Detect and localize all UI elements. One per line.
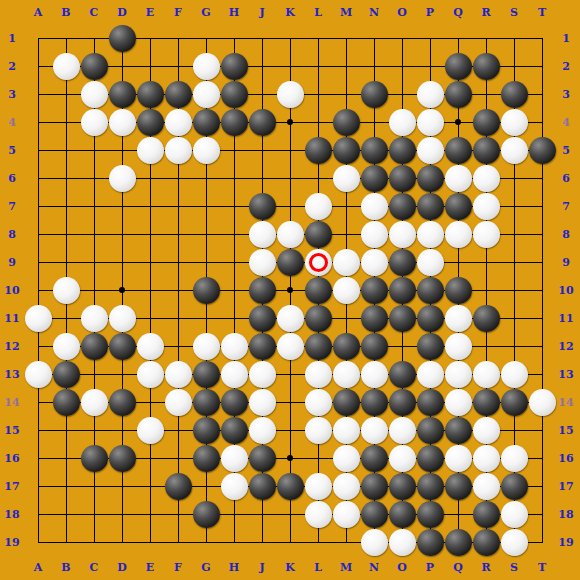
stone-black-C12: [81, 333, 108, 360]
stone-black-Q17: [445, 473, 472, 500]
stone-white-P5: [417, 137, 444, 164]
stone-black-O5: [389, 137, 416, 164]
star-point-D10: [119, 287, 125, 293]
stone-white-C14: [81, 389, 108, 416]
stone-black-N5: [361, 137, 388, 164]
col-label-bottom-N: N: [369, 562, 379, 573]
stone-black-C2: [81, 53, 108, 80]
stone-black-D14: [109, 389, 136, 416]
stone-black-M12: [333, 333, 360, 360]
stone-black-D12: [109, 333, 136, 360]
stone-white-P4: [417, 109, 444, 136]
stone-white-D6: [109, 165, 136, 192]
stone-white-B12: [53, 333, 80, 360]
stone-white-L17: [305, 473, 332, 500]
stone-black-P6: [417, 165, 444, 192]
stone-white-Q14: [445, 389, 472, 416]
stone-white-R8: [473, 221, 500, 248]
stone-black-Q3: [445, 81, 472, 108]
col-label-bottom-M: M: [340, 562, 352, 573]
row-label-right-17: 17: [558, 481, 573, 492]
stone-black-J12: [249, 333, 276, 360]
stone-black-H14: [221, 389, 248, 416]
stone-white-J15: [249, 417, 276, 444]
stone-black-B14: [53, 389, 80, 416]
stone-black-J16: [249, 445, 276, 472]
stone-black-L5: [305, 137, 332, 164]
col-label-bottom-A: A: [34, 562, 43, 573]
row-label-left-2: 2: [8, 61, 16, 72]
col-label-top-N: N: [369, 7, 379, 18]
col-label-bottom-E: E: [146, 562, 154, 573]
stone-black-J4: [249, 109, 276, 136]
stone-white-H12: [221, 333, 248, 360]
stone-white-Q16: [445, 445, 472, 472]
stone-white-K8: [277, 221, 304, 248]
row-label-left-13: 13: [4, 369, 19, 380]
stone-black-T5: [529, 137, 556, 164]
stone-white-F13: [165, 361, 192, 388]
stone-white-L13: [305, 361, 332, 388]
stone-white-M16: [333, 445, 360, 472]
stone-white-R15: [473, 417, 500, 444]
stone-black-L8: [305, 221, 332, 248]
stone-white-M17: [333, 473, 360, 500]
stone-white-B2: [53, 53, 80, 80]
col-label-top-G: G: [201, 7, 210, 18]
row-label-right-5: 5: [562, 145, 570, 156]
col-label-bottom-G: G: [201, 562, 210, 573]
stone-white-M6: [333, 165, 360, 192]
stone-white-J14: [249, 389, 276, 416]
col-label-bottom-H: H: [229, 562, 239, 573]
row-label-left-11: 11: [4, 313, 19, 324]
stone-white-G5: [193, 137, 220, 164]
stone-black-R2: [473, 53, 500, 80]
stone-black-R14: [473, 389, 500, 416]
stone-white-G12: [193, 333, 220, 360]
stone-white-L18: [305, 501, 332, 528]
row-label-left-14: 14: [4, 397, 19, 408]
stone-white-M15: [333, 417, 360, 444]
stone-white-P9: [417, 249, 444, 276]
stone-black-P11: [417, 305, 444, 332]
go-board-screenshot: ABCDEFGHJKLMNOPQRST ABCDEFGHJKLMNOPQRST …: [0, 0, 580, 580]
star-point-K16: [287, 455, 293, 461]
stone-black-P12: [417, 333, 444, 360]
stone-black-O7: [389, 193, 416, 220]
col-label-top-O: O: [397, 7, 407, 18]
stone-black-N18: [361, 501, 388, 528]
stone-white-C11: [81, 305, 108, 332]
stone-black-H3: [221, 81, 248, 108]
stone-white-N8: [361, 221, 388, 248]
row-label-left-16: 16: [4, 453, 19, 464]
row-label-left-15: 15: [4, 425, 19, 436]
col-label-bottom-T: T: [538, 562, 546, 573]
stone-white-D4: [109, 109, 136, 136]
last-move-marker: [309, 253, 328, 272]
stone-white-K12: [277, 333, 304, 360]
stone-black-P14: [417, 389, 444, 416]
stone-black-J17: [249, 473, 276, 500]
stone-white-Q11: [445, 305, 472, 332]
stone-black-N3: [361, 81, 388, 108]
stone-black-M14: [333, 389, 360, 416]
stone-white-N7: [361, 193, 388, 220]
stone-black-M5: [333, 137, 360, 164]
stone-black-Q2: [445, 53, 472, 80]
row-label-right-6: 6: [562, 173, 570, 184]
col-label-bottom-L: L: [314, 562, 322, 573]
stone-black-O17: [389, 473, 416, 500]
grid-vline: [542, 38, 543, 543]
row-label-right-16: 16: [558, 453, 573, 464]
stone-black-O6: [389, 165, 416, 192]
row-label-right-18: 18: [558, 509, 573, 520]
stone-black-R4: [473, 109, 500, 136]
stone-black-Q19: [445, 529, 472, 556]
row-label-right-2: 2: [562, 61, 570, 72]
row-label-left-5: 5: [8, 145, 16, 156]
col-label-top-D: D: [117, 7, 127, 18]
stone-black-Q15: [445, 417, 472, 444]
stone-white-R16: [473, 445, 500, 472]
stone-black-N14: [361, 389, 388, 416]
stone-white-M13: [333, 361, 360, 388]
row-label-right-14: 14: [558, 397, 573, 408]
stone-white-E12: [137, 333, 164, 360]
row-label-right-8: 8: [562, 229, 570, 240]
stone-white-A13: [25, 361, 52, 388]
stone-black-S14: [501, 389, 528, 416]
col-label-bottom-R: R: [481, 562, 490, 573]
stone-white-S19: [501, 529, 528, 556]
star-point-Q4: [455, 119, 461, 125]
col-label-top-R: R: [481, 7, 490, 18]
stone-black-L11: [305, 305, 332, 332]
stone-black-O18: [389, 501, 416, 528]
stone-white-M18: [333, 501, 360, 528]
stone-white-D11: [109, 305, 136, 332]
stone-black-P18: [417, 501, 444, 528]
stone-black-N16: [361, 445, 388, 472]
row-label-left-12: 12: [4, 341, 19, 352]
stone-white-M9: [333, 249, 360, 276]
stone-white-A11: [25, 305, 52, 332]
stone-white-S4: [501, 109, 528, 136]
stone-white-F5: [165, 137, 192, 164]
stone-white-H17: [221, 473, 248, 500]
col-label-top-Q: Q: [453, 7, 463, 18]
stone-white-P8: [417, 221, 444, 248]
stone-white-H16: [221, 445, 248, 472]
row-label-right-12: 12: [558, 341, 573, 352]
stone-black-K9: [277, 249, 304, 276]
stone-black-J10: [249, 277, 276, 304]
stone-white-G3: [193, 81, 220, 108]
row-label-left-8: 8: [8, 229, 16, 240]
stone-black-P10: [417, 277, 444, 304]
stone-white-N19: [361, 529, 388, 556]
stone-white-O4: [389, 109, 416, 136]
row-label-right-9: 9: [562, 257, 570, 268]
stone-black-P16: [417, 445, 444, 472]
col-label-bottom-J: J: [259, 562, 264, 573]
stone-white-K3: [277, 81, 304, 108]
stone-white-S16: [501, 445, 528, 472]
stone-black-D1: [109, 25, 136, 52]
col-label-top-L: L: [314, 7, 322, 18]
stone-black-M4: [333, 109, 360, 136]
row-label-right-3: 3: [562, 89, 570, 100]
row-label-right-11: 11: [558, 313, 573, 324]
stone-black-N12: [361, 333, 388, 360]
stone-white-G2: [193, 53, 220, 80]
row-label-right-4: 4: [562, 117, 570, 128]
stone-black-O13: [389, 361, 416, 388]
stone-white-E15: [137, 417, 164, 444]
stone-black-S17: [501, 473, 528, 500]
stone-white-N13: [361, 361, 388, 388]
stone-black-P19: [417, 529, 444, 556]
stone-white-P13: [417, 361, 444, 388]
stone-white-J8: [249, 221, 276, 248]
stone-black-Q5: [445, 137, 472, 164]
row-label-left-18: 18: [4, 509, 19, 520]
col-label-top-J: J: [259, 7, 264, 18]
col-label-bottom-D: D: [117, 562, 127, 573]
stone-white-Q12: [445, 333, 472, 360]
stone-black-Q7: [445, 193, 472, 220]
stone-black-S3: [501, 81, 528, 108]
col-label-top-C: C: [90, 7, 99, 18]
stone-white-T14: [529, 389, 556, 416]
stone-black-R5: [473, 137, 500, 164]
stone-white-N9: [361, 249, 388, 276]
stone-white-J13: [249, 361, 276, 388]
stone-black-G16: [193, 445, 220, 472]
stone-black-H15: [221, 417, 248, 444]
stone-white-R17: [473, 473, 500, 500]
stone-white-Q13: [445, 361, 472, 388]
row-label-right-13: 13: [558, 369, 573, 380]
stone-black-H4: [221, 109, 248, 136]
stone-white-F4: [165, 109, 192, 136]
stone-black-Q10: [445, 277, 472, 304]
stone-white-R6: [473, 165, 500, 192]
stone-black-D3: [109, 81, 136, 108]
stone-black-G18: [193, 501, 220, 528]
row-label-left-9: 9: [8, 257, 16, 268]
stone-white-R13: [473, 361, 500, 388]
row-label-left-4: 4: [8, 117, 16, 128]
stone-black-J11: [249, 305, 276, 332]
stone-black-G15: [193, 417, 220, 444]
col-label-top-H: H: [229, 7, 239, 18]
row-label-right-19: 19: [558, 537, 573, 548]
col-label-bottom-O: O: [397, 562, 407, 573]
col-label-top-S: S: [510, 7, 518, 18]
stone-black-P17: [417, 473, 444, 500]
stone-black-N11: [361, 305, 388, 332]
grid-hline: [38, 514, 543, 515]
row-label-left-19: 19: [4, 537, 19, 548]
stone-black-P15: [417, 417, 444, 444]
stone-white-R7: [473, 193, 500, 220]
stone-black-G13: [193, 361, 220, 388]
stone-white-O19: [389, 529, 416, 556]
col-label-top-K: K: [285, 7, 295, 18]
stone-white-K11: [277, 305, 304, 332]
stone-white-Q8: [445, 221, 472, 248]
stone-white-J9: [249, 249, 276, 276]
stone-white-L14: [305, 389, 332, 416]
stone-black-C16: [81, 445, 108, 472]
stone-white-N15: [361, 417, 388, 444]
stone-black-N6: [361, 165, 388, 192]
col-label-bottom-S: S: [510, 562, 518, 573]
stone-white-M10: [333, 277, 360, 304]
col-label-bottom-B: B: [61, 562, 70, 573]
stone-black-R19: [473, 529, 500, 556]
stone-black-O9: [389, 249, 416, 276]
stone-white-O15: [389, 417, 416, 444]
stone-black-L12: [305, 333, 332, 360]
stone-black-L10: [305, 277, 332, 304]
stone-black-H2: [221, 53, 248, 80]
row-label-left-17: 17: [4, 481, 19, 492]
col-label-bottom-Q: Q: [453, 562, 463, 573]
col-label-bottom-F: F: [174, 562, 182, 573]
stone-black-E3: [137, 81, 164, 108]
stone-black-O11: [389, 305, 416, 332]
row-label-left-1: 1: [8, 33, 16, 44]
col-label-top-F: F: [174, 7, 182, 18]
stone-black-N17: [361, 473, 388, 500]
stone-black-R11: [473, 305, 500, 332]
stone-black-P7: [417, 193, 444, 220]
row-label-left-7: 7: [8, 201, 16, 212]
stone-white-S5: [501, 137, 528, 164]
stone-white-E5: [137, 137, 164, 164]
stone-white-L15: [305, 417, 332, 444]
stone-white-C4: [81, 109, 108, 136]
row-label-right-1: 1: [562, 33, 570, 44]
stone-black-N10: [361, 277, 388, 304]
star-point-K10: [287, 287, 293, 293]
col-label-top-A: A: [34, 7, 43, 18]
stone-black-O14: [389, 389, 416, 416]
col-label-bottom-P: P: [426, 562, 434, 573]
stone-black-D16: [109, 445, 136, 472]
stone-black-G10: [193, 277, 220, 304]
stone-black-E4: [137, 109, 164, 136]
col-label-top-P: P: [426, 7, 434, 18]
row-label-right-7: 7: [562, 201, 570, 212]
stone-white-O8: [389, 221, 416, 248]
stone-black-F3: [165, 81, 192, 108]
stone-black-B13: [53, 361, 80, 388]
stone-black-J7: [249, 193, 276, 220]
stone-white-P3: [417, 81, 444, 108]
stone-white-F14: [165, 389, 192, 416]
stone-black-G4: [193, 109, 220, 136]
stone-white-H13: [221, 361, 248, 388]
col-label-bottom-K: K: [285, 562, 295, 573]
row-label-right-15: 15: [558, 425, 573, 436]
row-label-left-3: 3: [8, 89, 16, 100]
col-label-top-E: E: [146, 7, 154, 18]
stone-black-F17: [165, 473, 192, 500]
stone-white-E13: [137, 361, 164, 388]
stone-white-S18: [501, 501, 528, 528]
star-point-K4: [287, 119, 293, 125]
stone-black-G14: [193, 389, 220, 416]
col-label-top-T: T: [538, 7, 546, 18]
col-label-top-M: M: [340, 7, 352, 18]
stone-white-S13: [501, 361, 528, 388]
stone-black-O10: [389, 277, 416, 304]
col-label-top-B: B: [61, 7, 70, 18]
row-label-left-6: 6: [8, 173, 16, 184]
stone-white-L7: [305, 193, 332, 220]
stone-white-B10: [53, 277, 80, 304]
stone-white-Q6: [445, 165, 472, 192]
row-label-right-10: 10: [558, 285, 573, 296]
col-label-bottom-C: C: [90, 562, 99, 573]
stone-white-O16: [389, 445, 416, 472]
stone-black-R18: [473, 501, 500, 528]
stone-black-K17: [277, 473, 304, 500]
row-label-left-10: 10: [4, 285, 19, 296]
stone-white-C3: [81, 81, 108, 108]
